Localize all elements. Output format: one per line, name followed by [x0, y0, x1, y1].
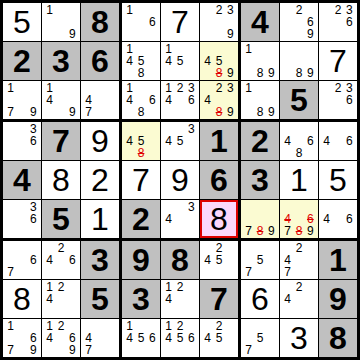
given-digit: 3	[91, 244, 109, 276]
pencil-marks: 24	[280, 280, 318, 318]
candidate: 6	[186, 94, 197, 106]
candidate: 2	[174, 82, 185, 94]
candidate: 1	[44, 4, 55, 16]
candidate: 4	[321, 213, 332, 225]
candidate: 4	[282, 293, 293, 305]
given-digit: 1	[329, 244, 347, 276]
cell-r7c9[interactable]: 1	[319, 241, 357, 280]
cell-r5c8[interactable]: 1	[280, 161, 319, 200]
cell-r5c1[interactable]: 4	[3, 161, 42, 200]
candidate: 5	[254, 254, 265, 266]
cell-r3c6[interactable]: 23489	[200, 81, 241, 122]
cell-r9c7[interactable]: 57	[241, 319, 280, 357]
cell-r2c9[interactable]: 7	[319, 42, 357, 81]
pencil-marks: 47	[81, 319, 119, 357]
candidate: 1	[243, 43, 254, 55]
cell-r1c2[interactable]: 19	[42, 3, 81, 42]
cell-r1c9[interactable]: 236	[319, 3, 357, 42]
candidate: 7	[282, 266, 293, 278]
pencil-marks: 236	[319, 3, 357, 41]
candidate: 9	[305, 67, 316, 79]
solved-digit: 1	[290, 164, 308, 196]
eliminated-candidate: 8	[213, 67, 224, 79]
candidate: 8	[254, 67, 265, 79]
pencil-marks: 179	[3, 81, 41, 119]
cell-r8c4[interactable]: 3	[122, 280, 161, 319]
candidate: 8	[293, 147, 304, 159]
solved-digit: 9	[91, 125, 109, 157]
candidate: 2	[55, 320, 66, 332]
cell-r7c2[interactable]: 246	[42, 241, 81, 280]
pencil-marks: 16	[122, 3, 160, 41]
candidate: 3	[225, 4, 236, 16]
cell-r3c9[interactable]: 236	[319, 81, 357, 122]
given-digit: 2	[251, 125, 269, 157]
given-digit: 8	[329, 322, 347, 354]
pencil-marks: 1456	[122, 319, 160, 357]
candidate: 7	[5, 106, 16, 118]
solved-digit: 8	[52, 164, 70, 196]
cell-r8c7[interactable]: 6	[241, 280, 280, 319]
sudoku-board: 5198167239426923623614581454589189897179…	[0, 0, 360, 360]
cell-r5c9[interactable]: 5	[319, 161, 357, 200]
cell-r2c1[interactable]: 2	[3, 42, 42, 81]
candidate: 4	[44, 332, 55, 344]
cell-r9c3[interactable]: 47	[81, 319, 122, 357]
pencil-marks: 12456	[161, 319, 199, 357]
candidate: 2	[174, 281, 185, 293]
candidate: 4	[202, 254, 213, 266]
cell-r8c9[interactable]: 9	[319, 280, 357, 319]
candidate: 7	[5, 266, 16, 278]
cell-r4c2[interactable]: 7	[42, 122, 81, 161]
cell-r9c5[interactable]: 12456	[161, 319, 200, 357]
cell-r3c5[interactable]: 12346	[161, 81, 200, 122]
cell-r3c7[interactable]: 189	[241, 81, 280, 122]
pencil-marks: 46	[319, 200, 357, 238]
candidate: 6	[344, 94, 355, 106]
cell-r6c3[interactable]: 1	[81, 200, 122, 241]
candidate: 4	[163, 332, 174, 344]
candidate: 4	[163, 293, 174, 305]
candidate: 6	[186, 332, 197, 344]
candidate: 7	[243, 344, 254, 356]
cell-r2c4[interactable]: 1458	[122, 42, 161, 81]
cell-r1c4[interactable]: 16	[122, 3, 161, 42]
candidate: 6	[344, 213, 355, 225]
candidate: 3	[225, 82, 236, 94]
cell-r6c6[interactable]: 8	[200, 200, 241, 241]
pencil-marks: 124	[161, 280, 199, 318]
candidate: 9	[67, 106, 78, 118]
candidate: 8	[135, 106, 146, 118]
cell-r4c5[interactable]: 345	[161, 122, 200, 161]
cell-r2c5[interactable]: 145	[161, 42, 200, 81]
candidate: 1	[124, 4, 135, 16]
cell-r7c4[interactable]: 9	[122, 241, 161, 280]
candidate: 6	[344, 135, 355, 147]
candidate: 2	[55, 281, 66, 293]
candidate: 4	[44, 94, 55, 106]
pencil-marks: 247	[280, 241, 318, 279]
given-digit: 7	[52, 125, 70, 157]
cell-r3c4[interactable]: 1468	[122, 81, 161, 122]
cell-r5c5[interactable]: 9	[161, 161, 200, 200]
candidate: 4	[163, 55, 174, 67]
solved-digit: 8	[210, 203, 228, 235]
cell-r7c1[interactable]: 67	[3, 241, 42, 280]
candidate: 1	[5, 320, 16, 332]
cell-r8c5[interactable]: 124	[161, 280, 200, 319]
solved-digit: 3	[290, 322, 308, 354]
candidate: 4	[124, 332, 135, 344]
candidate: 9	[225, 106, 236, 118]
cell-r8c6[interactable]: 7	[200, 280, 241, 319]
cell-r2c6[interactable]: 4589	[200, 42, 241, 81]
candidate: 3	[186, 123, 197, 135]
candidate: 6	[344, 16, 355, 28]
cell-r7c6[interactable]: 245	[200, 241, 241, 280]
cell-r2c2[interactable]: 3	[42, 42, 81, 81]
cell-r4c3[interactable]: 9	[81, 122, 122, 161]
candidate: 7	[282, 225, 293, 237]
candidate: 2	[293, 4, 304, 16]
cell-r1c8[interactable]: 269	[280, 3, 319, 42]
given-digit: 3	[251, 164, 269, 196]
given-digit: 1	[210, 125, 228, 157]
candidate: 5	[174, 55, 185, 67]
cell-r7c5[interactable]: 8	[161, 241, 200, 280]
cell-r1c6[interactable]: 239	[200, 3, 241, 42]
candidate: 6	[28, 135, 39, 147]
candidate: 3	[186, 201, 197, 213]
candidate: 9	[28, 344, 39, 356]
candidate: 2	[293, 281, 304, 293]
candidate: 5	[174, 135, 185, 147]
cell-r8c2[interactable]: 124	[42, 280, 81, 319]
cell-r5c6[interactable]: 6	[200, 161, 241, 200]
pencil-marks: 4589	[200, 42, 238, 80]
candidate: 4	[202, 332, 213, 344]
cell-r6c2[interactable]: 5	[42, 200, 81, 241]
pencil-marks: 23489	[200, 81, 238, 119]
candidate: 4	[124, 55, 135, 67]
candidate: 4	[321, 135, 332, 147]
candidate: 9	[67, 344, 78, 356]
candidate: 6	[28, 254, 39, 266]
cell-r1c3[interactable]: 8	[81, 3, 122, 42]
cell-r1c5[interactable]: 7	[161, 3, 200, 42]
pencil-marks: 36	[3, 200, 41, 238]
cell-r3c8[interactable]: 5	[280, 81, 319, 122]
cell-r4c9[interactable]: 46	[319, 122, 357, 161]
given-digit: 3	[132, 283, 150, 315]
given-digit: 5	[91, 283, 109, 315]
pencil-marks: 12469	[42, 319, 80, 357]
candidate: 4	[124, 94, 135, 106]
cell-r9c6[interactable]: 245	[200, 319, 241, 357]
cell-r8c8[interactable]: 24	[280, 280, 319, 319]
solved-digit: 7	[171, 6, 189, 38]
cell-r6c7[interactable]: 789	[241, 200, 280, 241]
solved-digit: 2	[91, 164, 109, 196]
pencil-marks: 1458	[122, 42, 160, 80]
pencil-marks: 1468	[122, 81, 160, 119]
cell-r6c1[interactable]: 36	[3, 200, 42, 241]
given-digit: 4	[251, 6, 269, 38]
pencil-marks: 46	[319, 122, 357, 160]
candidate: 9	[305, 28, 316, 40]
candidate: 5	[254, 332, 265, 344]
eliminated-candidate: 8	[135, 147, 146, 159]
given-digit: 9	[329, 283, 347, 315]
cell-r9c2[interactable]: 12469	[42, 319, 81, 357]
pencil-marks: 245	[200, 241, 238, 279]
candidate: 6	[67, 254, 78, 266]
cell-r9c8[interactable]: 3	[280, 319, 319, 357]
pencil-marks: 245	[200, 319, 238, 357]
pencil-marks: 46789	[280, 200, 318, 238]
candidate: 8	[293, 67, 304, 79]
given-digit: 7	[210, 283, 228, 315]
pencil-marks: 19	[42, 3, 80, 41]
pencil-marks: 149	[42, 81, 80, 119]
given-digit: 9	[132, 244, 150, 276]
candidate: 2	[55, 242, 66, 254]
solved-digit: 7	[132, 164, 150, 196]
pencil-marks: 34	[161, 200, 199, 238]
candidate: 2	[293, 242, 304, 254]
cell-r9c9[interactable]: 8	[319, 319, 357, 357]
candidate: 7	[243, 266, 254, 278]
pencil-marks: 239	[200, 3, 238, 41]
cell-r4c7[interactable]: 2	[241, 122, 280, 161]
cell-r6c5[interactable]: 34	[161, 200, 200, 241]
pencil-marks: 47	[81, 81, 119, 119]
pencil-marks: 236	[319, 81, 357, 119]
candidate: 5	[174, 332, 185, 344]
candidate: 8	[135, 67, 146, 79]
eliminated-candidate: 8	[213, 106, 224, 118]
given-digit: 4	[13, 164, 31, 196]
pencil-marks: 789	[241, 200, 279, 238]
candidate: 4	[44, 254, 55, 266]
pencil-marks: 89	[280, 42, 318, 80]
candidate: 1	[243, 82, 254, 94]
candidate: 4	[282, 135, 293, 147]
pencil-marks: 345	[161, 122, 199, 160]
candidate: 5	[135, 332, 146, 344]
cell-r5c4[interactable]: 7	[122, 161, 161, 200]
candidate: 9	[225, 67, 236, 79]
cell-r6c4[interactable]: 2	[122, 200, 161, 241]
given-digit: 2	[132, 203, 150, 235]
pencil-marks: 36	[3, 122, 41, 160]
given-digit: 5	[290, 84, 308, 116]
cell-r8c1[interactable]: 8	[3, 280, 42, 319]
given-digit: 5	[52, 203, 70, 235]
given-digit: 6	[210, 164, 228, 196]
candidate: 9	[266, 106, 277, 118]
cell-r6c8[interactable]: 46789	[280, 200, 319, 241]
candidate: 2	[332, 82, 343, 94]
candidate: 7	[5, 344, 16, 356]
candidate: 7	[243, 225, 254, 237]
solved-digit: 6	[251, 283, 269, 315]
candidate: 6	[28, 213, 39, 225]
cell-r5c3[interactable]: 2	[81, 161, 122, 200]
candidate: 6	[147, 94, 158, 106]
candidate: 5	[213, 254, 224, 266]
candidate: 4	[44, 293, 55, 305]
pencil-marks: 458	[122, 122, 160, 160]
pencil-marks: 468	[280, 122, 318, 160]
candidate: 6	[147, 332, 158, 344]
candidate: 6	[147, 16, 158, 28]
cell-r3c3[interactable]: 47	[81, 81, 122, 122]
cell-r7c8[interactable]: 247	[280, 241, 319, 280]
given-digit: 8	[91, 6, 109, 38]
cell-r8c3[interactable]: 5	[81, 280, 122, 319]
pencil-marks: 67	[3, 241, 41, 279]
candidate: 6	[305, 135, 316, 147]
pencil-marks: 57	[241, 319, 279, 357]
given-digit: 3	[52, 45, 70, 77]
candidate: 7	[83, 344, 94, 356]
cell-r5c7[interactable]: 3	[241, 161, 280, 200]
candidate: 9	[28, 106, 39, 118]
pencil-marks: 189	[241, 42, 279, 80]
cell-r5c2[interactable]: 8	[42, 161, 81, 200]
cell-r2c8[interactable]: 89	[280, 42, 319, 81]
candidate: 4	[202, 55, 213, 67]
cell-r2c7[interactable]: 189	[241, 42, 280, 81]
cell-r7c3[interactable]: 3	[81, 241, 122, 280]
cell-r9c1[interactable]: 1679	[3, 319, 42, 357]
solved-digit: 5	[329, 164, 347, 196]
solved-digit: 5	[13, 6, 31, 38]
candidate: 4	[124, 135, 135, 147]
cell-r2c3[interactable]: 6	[81, 42, 122, 81]
solved-digit: 7	[329, 45, 347, 77]
candidate: 9	[266, 67, 277, 79]
pencil-marks: 189	[241, 81, 279, 119]
candidate: 9	[67, 28, 78, 40]
candidate: 9	[225, 28, 236, 40]
candidate: 9	[266, 225, 277, 237]
pencil-marks: 269	[280, 3, 318, 41]
given-digit: 2	[13, 45, 31, 77]
given-digit: 6	[91, 45, 109, 77]
cell-r9c4[interactable]: 1456	[122, 319, 161, 357]
pencil-marks: 1679	[3, 319, 41, 357]
given-digit: 8	[171, 244, 189, 276]
cell-r4c8[interactable]: 468	[280, 122, 319, 161]
candidate: 4	[202, 94, 213, 106]
cell-r1c7[interactable]: 4	[241, 3, 280, 42]
pencil-marks: 246	[42, 241, 80, 279]
candidate: 2	[332, 4, 343, 16]
candidate: 4	[163, 94, 174, 106]
solved-digit: 1	[91, 203, 109, 235]
candidate: 2	[213, 4, 224, 16]
cell-r4c4[interactable]: 458	[122, 122, 161, 161]
cell-r3c1[interactable]: 179	[3, 81, 42, 122]
cell-r7c7[interactable]: 57	[241, 241, 280, 280]
candidate: 8	[254, 106, 265, 118]
eliminated-candidate: 8	[293, 225, 304, 237]
candidate: 5	[213, 332, 224, 344]
pencil-marks: 57	[241, 241, 279, 279]
cell-r4c6[interactable]: 1	[200, 122, 241, 161]
pencil-marks: 12346	[161, 81, 199, 119]
cell-r6c9[interactable]: 46	[319, 200, 357, 241]
candidate: 4	[163, 213, 174, 225]
solved-digit: 8	[13, 283, 31, 315]
cell-r4c1[interactable]: 36	[3, 122, 42, 161]
solved-digit: 9	[171, 164, 189, 196]
cell-r1c1[interactable]: 5	[3, 3, 42, 42]
cell-r3c2[interactable]: 149	[42, 81, 81, 122]
candidate: 2	[213, 82, 224, 94]
candidate: 9	[305, 225, 316, 237]
eliminated-candidate: 8	[254, 225, 265, 237]
candidate: 4	[163, 135, 174, 147]
candidate: 1	[5, 82, 16, 94]
candidate: 7	[83, 106, 94, 118]
pencil-marks: 145	[161, 42, 199, 80]
pencil-marks: 124	[42, 280, 80, 318]
